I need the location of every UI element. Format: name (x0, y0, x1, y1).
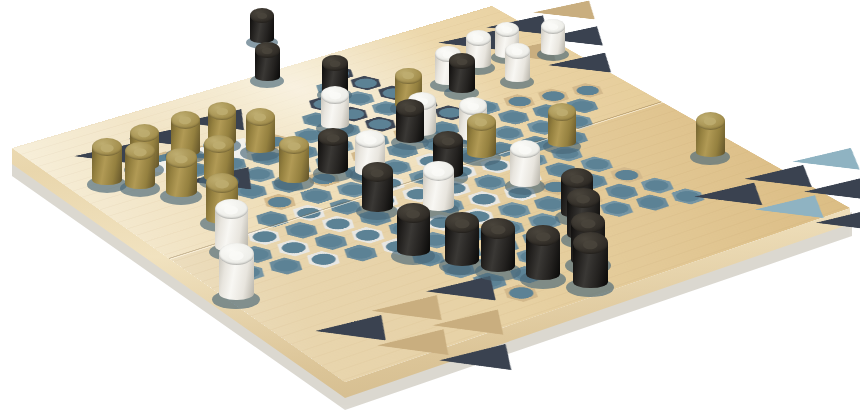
peg-black[interactable]: ● (362, 172, 393, 212)
peg-white-glyph: ● (431, 166, 446, 177)
peg-black[interactable]: ● (250, 15, 274, 43)
peg-gold-glyph: ● (215, 106, 228, 115)
peg-black-cap: ● (396, 99, 424, 116)
peg-gold-cap: ● (92, 138, 122, 157)
peg-white-cap: ● (219, 243, 254, 265)
peg-black-cap: ● (397, 203, 430, 224)
peg-black-glyph: ● (329, 59, 341, 68)
peg-gold-cap: ● (204, 135, 234, 154)
peg-gold[interactable]: ● (246, 117, 275, 153)
peg-white[interactable]: ● (505, 51, 530, 82)
peg-gold-cap: ● (279, 136, 309, 155)
peg-black-glyph: ● (454, 216, 471, 228)
peg-gold[interactable]: ● (166, 158, 197, 197)
peg-gold-glyph: ● (133, 146, 148, 157)
peg-gold-glyph: ● (178, 115, 192, 125)
peg-gold-cap: ● (125, 142, 155, 161)
peg-white-glyph: ● (328, 90, 341, 99)
peg-white-cap: ● (321, 86, 349, 103)
pegs-layer: ●●●●●●●●●●●●●●●●●●●●●●●●●●●●●●●●●●●●●●●●… (0, 0, 860, 416)
peg-black-glyph: ● (582, 237, 599, 249)
peg-black-cap: ● (573, 232, 608, 254)
peg-gold-glyph: ● (703, 116, 717, 126)
peg-white-glyph: ● (228, 248, 245, 260)
peg-black-glyph: ● (256, 11, 267, 19)
peg-black-glyph: ● (441, 135, 456, 146)
peg-white-glyph: ● (501, 25, 512, 33)
peg-black-cap: ● (445, 212, 479, 233)
peg-black-glyph: ● (580, 216, 597, 228)
peg-black-glyph: ● (261, 46, 273, 55)
peg-gold-cap: ● (467, 113, 496, 131)
peg-white-cap: ● (510, 140, 540, 159)
peg-white[interactable]: ● (510, 149, 540, 187)
peg-gold-glyph: ● (137, 128, 151, 138)
peg-white-glyph: ● (472, 34, 484, 43)
peg-black-glyph: ● (403, 103, 416, 112)
peg-gold-cap: ● (208, 102, 236, 119)
peg-white-glyph: ● (466, 101, 479, 110)
peg-white-cap: ● (423, 161, 454, 180)
peg-black-cap: ● (481, 218, 515, 239)
peg-black-glyph: ● (405, 207, 421, 218)
peg-black-glyph: ● (370, 167, 385, 178)
peg-gold[interactable]: ● (696, 121, 725, 157)
peg-black-cap: ● (433, 131, 463, 150)
peg-black-cap: ● (322, 55, 348, 71)
peg-black-cap: ● (255, 42, 280, 58)
peg-gold-cap: ● (246, 108, 275, 126)
peg-white-glyph: ● (518, 144, 533, 155)
peg-gold-cap: ● (171, 111, 200, 129)
peg-white[interactable]: ● (219, 254, 254, 300)
peg-gold[interactable]: ● (467, 122, 496, 158)
peg-gold-glyph: ● (214, 177, 230, 188)
peg-black-cap: ● (526, 225, 560, 246)
peg-gold[interactable]: ● (548, 112, 576, 147)
peg-black-glyph: ● (490, 222, 507, 234)
peg-black-glyph: ● (575, 192, 591, 203)
peg-black-glyph: ● (456, 57, 468, 66)
peg-white-glyph: ● (547, 22, 558, 30)
peg-gold-glyph: ● (253, 112, 267, 122)
peg-gold-cap: ● (395, 68, 422, 85)
peg-white[interactable]: ● (423, 171, 454, 211)
peg-black-cap: ● (250, 8, 274, 23)
peg-white-cap: ● (495, 22, 519, 37)
peg-black[interactable]: ● (573, 243, 608, 288)
peg-gold-glyph: ● (174, 153, 189, 164)
peg-black-cap: ● (449, 53, 475, 69)
peg-black-cap: ● (362, 162, 393, 181)
peg-gold-glyph: ● (401, 71, 414, 80)
peg-black-glyph: ● (326, 132, 341, 143)
peg-black[interactable]: ● (526, 235, 560, 280)
peg-black[interactable]: ● (481, 228, 515, 272)
peg-gold[interactable]: ● (92, 147, 122, 185)
peg-black[interactable]: ● (397, 213, 430, 256)
peg-black-cap: ● (571, 212, 605, 233)
peg-gold-glyph: ● (555, 107, 568, 116)
peg-white-glyph: ● (223, 203, 239, 214)
peg-white[interactable]: ● (321, 95, 349, 129)
peg-gold-glyph: ● (474, 117, 488, 127)
peg-gold-cap: ● (130, 124, 159, 142)
peg-white-glyph: ● (511, 47, 523, 56)
peg-gold-glyph: ● (287, 140, 302, 151)
peg-white-cap: ● (541, 19, 565, 34)
peg-black-glyph: ● (569, 172, 585, 183)
peg-gold-glyph: ● (100, 142, 115, 153)
peg-black-glyph: ● (535, 229, 552, 241)
peg-white-cap: ● (215, 199, 248, 220)
peg-gold-cap: ● (166, 148, 197, 167)
peg-gold-cap: ● (696, 112, 725, 130)
peg-gold-glyph: ● (212, 139, 227, 150)
peg-black[interactable]: ● (445, 222, 479, 266)
peg-black-cap: ● (318, 128, 348, 147)
peg-white-glyph: ● (363, 134, 378, 145)
peg-white-cap: ● (466, 30, 491, 46)
peg-white[interactable]: ● (541, 26, 565, 55)
peg-white-cap: ● (355, 130, 385, 149)
peg-black-cap: ● (567, 188, 600, 209)
peg-black-cap: ● (561, 168, 593, 188)
peg-black[interactable]: ● (449, 61, 475, 93)
peg-gold[interactable]: ● (125, 151, 155, 189)
peg-black[interactable]: ● (396, 108, 424, 143)
product-photo-scene: ●●●●●●●●●●●●●●●●●●●●●●●●●●●●●●●●●●●●●●●●… (0, 0, 860, 416)
peg-white-cap: ● (505, 43, 530, 59)
peg-black[interactable]: ● (318, 137, 348, 174)
peg-gold-cap: ● (548, 103, 576, 120)
peg-black[interactable]: ● (255, 50, 280, 81)
peg-gold-cap: ● (206, 173, 238, 193)
peg-gold[interactable]: ● (279, 145, 309, 183)
